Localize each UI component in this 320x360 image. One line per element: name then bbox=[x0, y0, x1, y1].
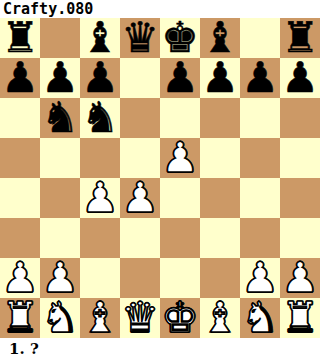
square-b2[interactable]: ♟ bbox=[40, 258, 80, 298]
piece-white-bishop[interactable]: ♝ bbox=[81, 298, 119, 338]
piece-black-queen[interactable]: ♛ bbox=[121, 18, 159, 58]
piece-black-bishop[interactable]: ♝ bbox=[81, 18, 119, 58]
square-d8[interactable]: ♛ bbox=[120, 18, 160, 58]
chess-board: ♜♝♛♚♝♜♟♟♟♟♟♟♟♞♞♟♟♟♟♟♟♟♜♞♝♛♚♝♞♜ bbox=[0, 18, 320, 338]
piece-white-queen[interactable]: ♛ bbox=[121, 298, 159, 338]
square-h8[interactable]: ♜ bbox=[280, 18, 320, 58]
square-h4[interactable] bbox=[280, 178, 320, 218]
square-d5[interactable] bbox=[120, 138, 160, 178]
square-b4[interactable] bbox=[40, 178, 80, 218]
piece-white-pawn[interactable]: ♟ bbox=[281, 258, 319, 298]
piece-black-pawn[interactable]: ♟ bbox=[281, 58, 319, 98]
piece-black-king[interactable]: ♚ bbox=[161, 18, 199, 58]
square-b8[interactable] bbox=[40, 18, 80, 58]
square-h7[interactable]: ♟ bbox=[280, 58, 320, 98]
square-d1[interactable]: ♛ bbox=[120, 298, 160, 338]
square-g6[interactable] bbox=[240, 98, 280, 138]
square-d6[interactable] bbox=[120, 98, 160, 138]
piece-black-knight[interactable]: ♞ bbox=[81, 98, 119, 138]
square-d2[interactable] bbox=[120, 258, 160, 298]
piece-white-knight[interactable]: ♞ bbox=[41, 298, 79, 338]
square-h3[interactable] bbox=[280, 218, 320, 258]
square-f4[interactable] bbox=[200, 178, 240, 218]
square-c2[interactable] bbox=[80, 258, 120, 298]
square-e6[interactable] bbox=[160, 98, 200, 138]
square-e1[interactable]: ♚ bbox=[160, 298, 200, 338]
square-h5[interactable] bbox=[280, 138, 320, 178]
piece-black-bishop[interactable]: ♝ bbox=[201, 18, 239, 58]
square-e2[interactable] bbox=[160, 258, 200, 298]
square-f2[interactable] bbox=[200, 258, 240, 298]
square-d7[interactable] bbox=[120, 58, 160, 98]
square-b3[interactable] bbox=[40, 218, 80, 258]
square-e8[interactable]: ♚ bbox=[160, 18, 200, 58]
piece-white-bishop[interactable]: ♝ bbox=[201, 298, 239, 338]
piece-black-pawn[interactable]: ♟ bbox=[161, 58, 199, 98]
square-f8[interactable]: ♝ bbox=[200, 18, 240, 58]
square-a1[interactable]: ♜ bbox=[0, 298, 40, 338]
piece-black-pawn[interactable]: ♟ bbox=[81, 58, 119, 98]
piece-white-king[interactable]: ♚ bbox=[161, 298, 199, 338]
square-c7[interactable]: ♟ bbox=[80, 58, 120, 98]
piece-white-pawn[interactable]: ♟ bbox=[121, 178, 159, 218]
square-a5[interactable] bbox=[0, 138, 40, 178]
piece-white-pawn[interactable]: ♟ bbox=[1, 258, 39, 298]
piece-white-pawn[interactable]: ♟ bbox=[81, 178, 119, 218]
square-b1[interactable]: ♞ bbox=[40, 298, 80, 338]
square-e3[interactable] bbox=[160, 218, 200, 258]
piece-black-pawn[interactable]: ♟ bbox=[41, 58, 79, 98]
square-b7[interactable]: ♟ bbox=[40, 58, 80, 98]
piece-black-pawn[interactable]: ♟ bbox=[1, 58, 39, 98]
square-g4[interactable] bbox=[240, 178, 280, 218]
square-c6[interactable]: ♞ bbox=[80, 98, 120, 138]
square-f5[interactable] bbox=[200, 138, 240, 178]
piece-white-knight[interactable]: ♞ bbox=[241, 298, 279, 338]
square-h6[interactable] bbox=[280, 98, 320, 138]
square-g3[interactable] bbox=[240, 218, 280, 258]
piece-black-pawn[interactable]: ♟ bbox=[201, 58, 239, 98]
square-g5[interactable] bbox=[240, 138, 280, 178]
piece-white-pawn[interactable]: ♟ bbox=[41, 258, 79, 298]
square-f6[interactable] bbox=[200, 98, 240, 138]
square-g7[interactable]: ♟ bbox=[240, 58, 280, 98]
square-c5[interactable] bbox=[80, 138, 120, 178]
square-e4[interactable] bbox=[160, 178, 200, 218]
square-c3[interactable] bbox=[80, 218, 120, 258]
square-a6[interactable] bbox=[0, 98, 40, 138]
piece-black-knight[interactable]: ♞ bbox=[41, 98, 79, 138]
square-a3[interactable] bbox=[0, 218, 40, 258]
piece-white-rook[interactable]: ♜ bbox=[1, 298, 39, 338]
square-f7[interactable]: ♟ bbox=[200, 58, 240, 98]
square-h1[interactable]: ♜ bbox=[280, 298, 320, 338]
square-c1[interactable]: ♝ bbox=[80, 298, 120, 338]
square-g1[interactable]: ♞ bbox=[240, 298, 280, 338]
window-title: Crafty.080 bbox=[0, 0, 320, 18]
square-d3[interactable] bbox=[120, 218, 160, 258]
square-a2[interactable]: ♟ bbox=[0, 258, 40, 298]
piece-white-pawn[interactable]: ♟ bbox=[161, 138, 199, 178]
square-g2[interactable]: ♟ bbox=[240, 258, 280, 298]
square-a4[interactable] bbox=[0, 178, 40, 218]
square-a7[interactable]: ♟ bbox=[0, 58, 40, 98]
piece-black-rook[interactable]: ♜ bbox=[281, 18, 319, 58]
piece-white-pawn[interactable]: ♟ bbox=[241, 258, 279, 298]
square-b6[interactable]: ♞ bbox=[40, 98, 80, 138]
square-a8[interactable]: ♜ bbox=[0, 18, 40, 58]
square-c4[interactable]: ♟ bbox=[80, 178, 120, 218]
piece-black-rook[interactable]: ♜ bbox=[1, 18, 39, 58]
square-d4[interactable]: ♟ bbox=[120, 178, 160, 218]
move-prompt: 1. ? bbox=[0, 338, 320, 360]
square-h2[interactable]: ♟ bbox=[280, 258, 320, 298]
square-f3[interactable] bbox=[200, 218, 240, 258]
crafty-window: Crafty.080 ♜♝♛♚♝♜♟♟♟♟♟♟♟♞♞♟♟♟♟♟♟♟♜♞♝♛♚♝♞… bbox=[0, 0, 320, 360]
square-g8[interactable] bbox=[240, 18, 280, 58]
square-e7[interactable]: ♟ bbox=[160, 58, 200, 98]
square-b5[interactable] bbox=[40, 138, 80, 178]
piece-black-pawn[interactable]: ♟ bbox=[241, 58, 279, 98]
piece-white-rook[interactable]: ♜ bbox=[281, 298, 319, 338]
square-f1[interactable]: ♝ bbox=[200, 298, 240, 338]
square-c8[interactable]: ♝ bbox=[80, 18, 120, 58]
square-e5[interactable]: ♟ bbox=[160, 138, 200, 178]
